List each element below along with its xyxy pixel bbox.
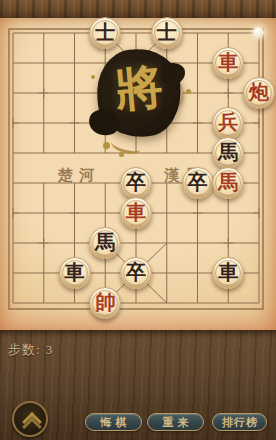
- piece-red-horse[interactable]: 馬: [212, 167, 244, 199]
- gold-splatter: [91, 75, 95, 79]
- piece-black-chariot[interactable]: 車: [212, 257, 244, 289]
- piece-glyph: 馬: [95, 232, 115, 252]
- piece-glyph: 卒: [188, 172, 208, 192]
- check-glyph: 將: [94, 53, 183, 123]
- undo-button[interactable]: 悔棋: [85, 413, 142, 431]
- gold-splatter: [186, 89, 191, 94]
- piece-glyph: 兵: [218, 112, 238, 132]
- piece-glyph: 車: [218, 262, 238, 282]
- corner-highlight-dot: [253, 27, 264, 38]
- piece-red-chariot[interactable]: 車: [120, 197, 152, 229]
- piece-red-chariot[interactable]: 車: [212, 47, 244, 79]
- bottom-panel: 步数:3 悔棋 重来 排行榜: [0, 330, 276, 440]
- piece-glyph: 士: [157, 22, 177, 42]
- piece-black-advisor[interactable]: 士: [151, 17, 183, 49]
- piece-black-soldier[interactable]: 卒: [182, 167, 214, 199]
- piece-glyph: 車: [65, 262, 85, 282]
- piece-glyph: 車: [218, 52, 238, 72]
- piece-glyph: 馬: [218, 142, 238, 162]
- piece-red-soldier[interactable]: 兵: [212, 107, 244, 139]
- piece-black-soldier[interactable]: 卒: [120, 257, 152, 289]
- piece-red-general[interactable]: 帥: [89, 287, 121, 319]
- piece-glyph: 士: [95, 22, 115, 42]
- piece-glyph: 卒: [126, 262, 146, 282]
- piece-black-chariot[interactable]: 車: [59, 257, 91, 289]
- gold-splatter: [119, 152, 124, 157]
- check-splash-animation: 將: [97, 49, 181, 137]
- restart-button[interactable]: 重来: [147, 413, 204, 431]
- piece-glyph: 帥: [95, 292, 115, 312]
- game-screen: 楚河 漢界 士士車將炮炮兵馬卒卒馬車馬車卒車帥 將 步数:3 悔棋 重来 排行榜: [0, 0, 276, 440]
- top-wood-bar: [0, 0, 276, 18]
- piece-black-horse[interactable]: 馬: [89, 227, 121, 259]
- piece-glyph: 馬: [218, 172, 238, 192]
- piece-glyph: 卒: [126, 172, 146, 192]
- piece-black-horse[interactable]: 馬: [212, 137, 244, 169]
- gold-splatter: [103, 142, 110, 149]
- step-counter-label: 步数:: [8, 342, 41, 357]
- piece-glyph: 車: [126, 202, 146, 222]
- step-counter: 步数:3: [8, 341, 53, 359]
- board-area: 楚河 漢界 士士車將炮炮兵馬卒卒馬車馬車卒車帥 將: [0, 18, 276, 330]
- piece-black-advisor[interactable]: 士: [89, 17, 121, 49]
- piece-glyph: 炮: [249, 82, 269, 102]
- step-counter-value: 3: [46, 342, 54, 357]
- leaderboard-button[interactable]: 排行榜: [212, 413, 267, 431]
- piece-black-soldier[interactable]: 卒: [120, 167, 152, 199]
- river-label-chu: 楚河: [58, 166, 100, 185]
- expand-menu-button[interactable]: [12, 401, 48, 437]
- piece-red-cannon[interactable]: 炮: [243, 77, 275, 109]
